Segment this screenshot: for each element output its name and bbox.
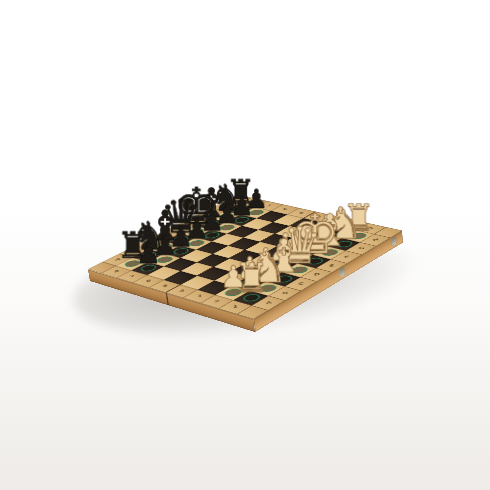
rank-label: 1	[232, 305, 238, 309]
brass-clasp-icon	[392, 237, 397, 247]
file-label: E	[329, 264, 335, 268]
file-label: D	[313, 273, 320, 277]
file-label: F	[344, 255, 350, 258]
file-label: G	[358, 247, 365, 250]
rank-label: 8	[114, 270, 119, 273]
pawn-glyph: ♟	[135, 240, 160, 268]
brass-clasp-icon	[340, 268, 345, 278]
rook-glyph: ♜	[233, 259, 268, 298]
rank-label: 2	[214, 300, 219, 304]
scene: ABCDEFGH8♜♞♝♛♚♝♞♜87♟♟♟♟♟♟♟♟7665544332♟♟♟…	[0, 0, 490, 490]
rank-label: 6	[283, 208, 288, 211]
file-label: C	[298, 282, 304, 286]
file-label: A	[265, 301, 271, 305]
rank-label: 4	[179, 289, 184, 293]
rank-label: 6	[146, 280, 151, 284]
rank-label: 5	[162, 284, 167, 288]
file-label: H	[372, 238, 379, 241]
file-label: B	[282, 291, 288, 295]
fold-seam-edge	[166, 293, 169, 306]
rank-label: 7	[129, 275, 134, 279]
rank-label: 3	[196, 295, 201, 299]
